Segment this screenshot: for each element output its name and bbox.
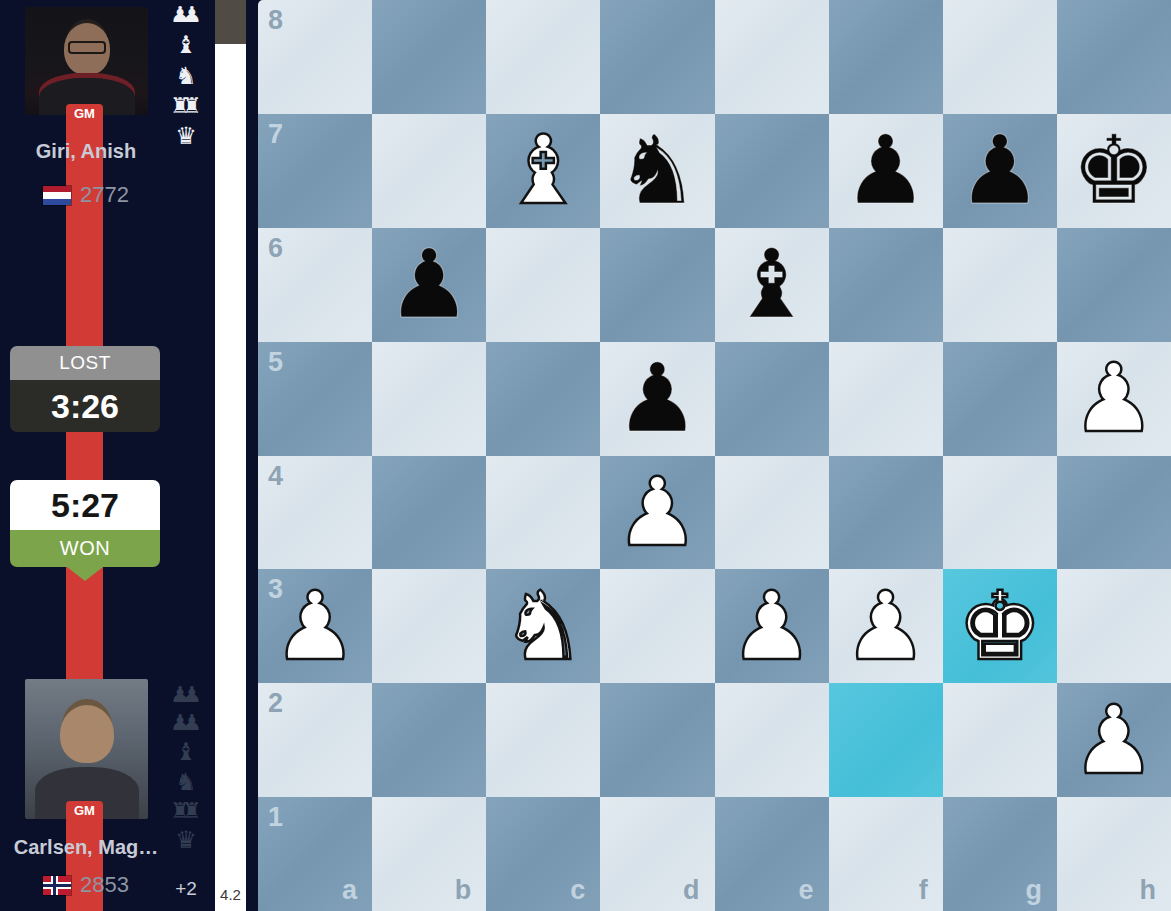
square-g5[interactable] [943,342,1057,456]
square-d4[interactable]: ♟ [600,456,714,570]
captured-pieces-top: ♟♟♝♞♜♜♛ [160,4,212,148]
square-f8[interactable] [829,0,943,114]
piece-bP-f7[interactable]: ♟ [843,123,928,218]
square-c8[interactable] [486,0,600,114]
captured-pp-icon: ♟♟ [170,684,201,706]
captured-b-icon: ♝ [175,740,197,764]
square-h5[interactable]: ♟ [1057,342,1171,456]
active-player-pointer [67,567,103,581]
square-g8[interactable] [943,0,1057,114]
square-h1[interactable]: h [1057,797,1171,911]
square-b6[interactable]: ♟ [372,228,486,342]
chess-board: 87♝♞♟♟♚6♟♝5♟♟4♟3♟♞♟♟♚2♟1abcdefgh [258,0,1171,911]
rank-label-7: 7 [268,119,283,150]
clock-top: LOST 3:26 [10,346,160,432]
player-photo-top [25,7,148,115]
glasses [68,41,106,54]
captured-b-icon: ♝ [175,33,197,57]
square-a6[interactable]: 6 [258,228,372,342]
rank-label-5: 5 [268,347,283,378]
square-c6[interactable] [486,228,600,342]
evaluation-value: 4.2 [215,886,246,903]
square-a4[interactable]: 4 [258,456,372,570]
piece-bP-b6[interactable]: ♟ [387,237,472,332]
square-f2[interactable] [829,683,943,797]
square-g2[interactable] [943,683,1057,797]
captured-q-icon: ♛ [175,828,197,852]
piece-wK-g3[interactable]: ♚ [957,579,1042,674]
square-c4[interactable] [486,456,600,570]
square-d6[interactable] [600,228,714,342]
piece-bP-d5[interactable]: ♟ [615,351,700,446]
square-a1[interactable]: 1a [258,797,372,911]
piece-wB-c7[interactable]: ♝ [501,123,586,218]
file-label-d: d [683,875,700,906]
square-c3[interactable]: ♞ [486,569,600,683]
square-f4[interactable] [829,456,943,570]
player-rating-row-bottom: 2853 [0,872,172,898]
rank-label-8: 8 [268,5,283,36]
player-name-bottom: Carlsen, Mag… [0,836,172,859]
square-g7[interactable]: ♟ [943,114,1057,228]
piece-wP-h2[interactable]: ♟ [1071,693,1156,788]
file-label-a: a [342,875,357,906]
piece-wP-e3[interactable]: ♟ [729,579,814,674]
square-d5[interactable]: ♟ [600,342,714,456]
square-b1[interactable]: b [372,797,486,911]
square-d7[interactable]: ♞ [600,114,714,228]
player-rating-bottom: 2853 [80,872,129,898]
square-c2[interactable] [486,683,600,797]
square-c7[interactable]: ♝ [486,114,600,228]
file-label-c: c [570,875,585,906]
square-g4[interactable] [943,456,1057,570]
file-label-b: b [455,875,472,906]
player-rating-row-top: 2772 [0,182,172,208]
rank-label-2: 2 [268,688,283,719]
captured-rr-icon: ♜♜ [170,800,201,822]
captured-q-icon: ♛ [175,124,197,148]
square-b4[interactable] [372,456,486,570]
piece-wP-h5[interactable]: ♟ [1071,351,1156,446]
piece-wP-f3[interactable]: ♟ [843,579,928,674]
square-e5[interactable] [715,342,829,456]
file-label-f: f [919,875,928,906]
square-a8[interactable]: 8 [258,0,372,114]
piece-bN-d7[interactable]: ♞ [615,123,700,218]
square-e8[interactable] [715,0,829,114]
square-h2[interactable]: ♟ [1057,683,1171,797]
square-g3[interactable]: ♚ [943,569,1057,683]
captured-n-icon: ♞ [175,770,197,794]
square-h6[interactable] [1057,228,1171,342]
square-e2[interactable] [715,683,829,797]
piece-wP-a3[interactable]: ♟ [272,579,357,674]
square-a7[interactable]: 7 [258,114,372,228]
square-b5[interactable] [372,342,486,456]
square-b8[interactable] [372,0,486,114]
netherlands-flag-icon [43,186,71,205]
square-c5[interactable] [486,342,600,456]
square-a5[interactable]: 5 [258,342,372,456]
player-photo-bottom [25,679,148,819]
file-label-g: g [1025,875,1042,906]
square-f1[interactable]: f [829,797,943,911]
square-b3[interactable] [372,569,486,683]
square-h3[interactable] [1057,569,1171,683]
evaluation-black-portion [215,0,246,44]
square-a2[interactable]: 2 [258,683,372,797]
square-e4[interactable] [715,456,829,570]
captured-pp-icon: ♟♟ [170,4,201,26]
piece-wP-d4[interactable]: ♟ [615,465,700,560]
square-d2[interactable] [600,683,714,797]
square-h7[interactable]: ♚ [1057,114,1171,228]
norway-flag-icon [43,876,71,895]
score-badge: +2 [160,878,212,900]
square-a3[interactable]: 3♟ [258,569,372,683]
square-e7[interactable] [715,114,829,228]
piece-bP-g7[interactable]: ♟ [957,123,1042,218]
square-g6[interactable] [943,228,1057,342]
square-e6[interactable]: ♝ [715,228,829,342]
rank-label-6: 6 [268,233,283,264]
captured-pp-icon: ♟♟ [170,712,201,734]
square-g1[interactable]: g [943,797,1057,911]
rank-label-1: 1 [268,802,283,833]
square-d8[interactable] [600,0,714,114]
square-f3[interactable]: ♟ [829,569,943,683]
clock-time-top: 3:26 [10,380,160,432]
result-badge-bottom: WON [10,530,160,567]
square-d3[interactable] [600,569,714,683]
rank-label-4: 4 [268,461,283,492]
app-window: GM Giri, Anish 2772 ♟♟♝♞♜♜♛ LOST 3:26 5:… [0,0,1171,911]
square-b2[interactable] [372,683,486,797]
result-badge-top: LOST [10,346,160,380]
square-d1[interactable]: d [600,797,714,911]
square-c1[interactable]: c [486,797,600,911]
square-f5[interactable] [829,342,943,456]
square-f7[interactable]: ♟ [829,114,943,228]
file-label-h: h [1140,875,1157,906]
piece-bK-h7[interactable]: ♚ [1071,123,1156,218]
avatar [60,705,114,763]
captured-n-icon: ♞ [175,64,197,88]
piece-wN-c3[interactable]: ♞ [501,579,586,674]
captured-rr-icon: ♜♜ [170,95,201,117]
player-rating-top: 2772 [80,182,129,208]
clock-bottom: 5:27 WON [10,480,160,567]
captured-pieces-bottom: ♟♟♟♟♝♞♜♜♛ [160,684,212,852]
square-e1[interactable]: e [715,797,829,911]
file-label-e: e [799,875,814,906]
piece-bB-e6[interactable]: ♝ [729,237,814,332]
square-h4[interactable] [1057,456,1171,570]
square-h8[interactable] [1057,0,1171,114]
clock-time-bottom: 5:27 [10,480,160,530]
evaluation-bar: 4.2 [215,0,246,911]
player-name-top: Giri, Anish [0,140,172,163]
square-e3[interactable]: ♟ [715,569,829,683]
square-f6[interactable] [829,228,943,342]
square-b7[interactable] [372,114,486,228]
